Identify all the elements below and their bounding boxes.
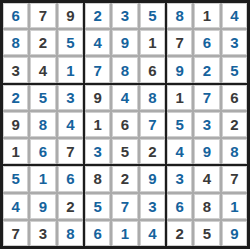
cell-r3c7[interactable]: 9 bbox=[167, 57, 192, 82]
cell-digit: 5 bbox=[230, 63, 238, 78]
cell-digit: 6 bbox=[66, 171, 74, 186]
cell-r6c3[interactable]: 7 bbox=[58, 139, 83, 164]
cell-digit: 3 bbox=[175, 171, 183, 186]
cell-r5c8[interactable]: 3 bbox=[194, 112, 219, 137]
sudoku-board: 679825341 235491786 814763925 253984167 … bbox=[0, 0, 250, 249]
cell-r7c2[interactable]: 1 bbox=[30, 166, 55, 191]
cell-r7c7[interactable]: 3 bbox=[167, 166, 192, 191]
cell-r3c4[interactable]: 7 bbox=[85, 57, 110, 82]
cell-r5c5[interactable]: 6 bbox=[112, 112, 137, 137]
cell-digit: 3 bbox=[121, 8, 129, 23]
cell-r3c5[interactable]: 8 bbox=[112, 57, 137, 82]
cell-r9c1[interactable]: 7 bbox=[3, 221, 28, 246]
cell-digit: 6 bbox=[39, 144, 47, 159]
cell-digit: 2 bbox=[121, 171, 129, 186]
cell-digit: 6 bbox=[93, 226, 101, 241]
cell-digit: 8 bbox=[39, 117, 47, 132]
cell-digit: 9 bbox=[230, 226, 238, 241]
cell-r5c1[interactable]: 9 bbox=[3, 112, 28, 137]
cell-r4c4[interactable]: 9 bbox=[85, 85, 110, 110]
cell-r1c7[interactable]: 8 bbox=[167, 3, 192, 28]
cell-r3c1[interactable]: 3 bbox=[3, 57, 28, 82]
cell-r7c3[interactable]: 6 bbox=[58, 166, 83, 191]
cell-digit: 2 bbox=[203, 63, 211, 78]
cell-digit: 2 bbox=[230, 117, 238, 132]
cell-r6c5[interactable]: 5 bbox=[112, 139, 137, 164]
cell-digit: 5 bbox=[148, 8, 156, 23]
cell-digit: 7 bbox=[93, 63, 101, 78]
cell-digit: 9 bbox=[121, 35, 129, 50]
cell-r4c6[interactable]: 8 bbox=[140, 85, 165, 110]
cell-digit: 1 bbox=[11, 144, 19, 159]
cell-digit: 4 bbox=[39, 63, 47, 78]
cell-digit: 1 bbox=[121, 226, 129, 241]
cell-digit: 6 bbox=[230, 90, 238, 105]
cell-digit: 7 bbox=[39, 8, 47, 23]
cell-digit: 1 bbox=[148, 35, 156, 50]
sudoku-box: 347681259 bbox=[167, 166, 247, 246]
cell-r1c3[interactable]: 9 bbox=[58, 3, 83, 28]
cell-r9c6[interactable]: 4 bbox=[140, 221, 165, 246]
cell-r2c9[interactable]: 3 bbox=[222, 30, 247, 55]
cell-digit: 1 bbox=[175, 90, 183, 105]
cell-r9c3[interactable]: 8 bbox=[58, 221, 83, 246]
cell-r1c9[interactable]: 4 bbox=[222, 3, 247, 28]
cell-digit: 5 bbox=[11, 171, 19, 186]
cell-r4c5[interactable]: 4 bbox=[112, 85, 137, 110]
cell-r3c9[interactable]: 5 bbox=[222, 57, 247, 82]
cell-digit: 8 bbox=[66, 226, 74, 241]
cell-digit: 3 bbox=[93, 144, 101, 159]
cell-r9c2[interactable]: 3 bbox=[30, 221, 55, 246]
cell-r2c8[interactable]: 6 bbox=[194, 30, 219, 55]
cell-r7c1[interactable]: 5 bbox=[3, 166, 28, 191]
cell-r5c9[interactable]: 2 bbox=[222, 112, 247, 137]
cell-digit: 4 bbox=[230, 8, 238, 23]
cell-r7c9[interactable]: 7 bbox=[222, 166, 247, 191]
cell-r6c8[interactable]: 9 bbox=[194, 139, 219, 164]
cell-r5c6[interactable]: 7 bbox=[140, 112, 165, 137]
cell-digit: 5 bbox=[203, 226, 211, 241]
cell-r2c2[interactable]: 2 bbox=[30, 30, 55, 55]
cell-digit: 8 bbox=[203, 199, 211, 214]
cell-r2c3[interactable]: 5 bbox=[58, 30, 83, 55]
cell-digit: 7 bbox=[203, 90, 211, 105]
cell-digit: 7 bbox=[148, 117, 156, 132]
cell-digit: 9 bbox=[148, 171, 156, 186]
cell-r8c2[interactable]: 9 bbox=[30, 194, 55, 219]
cell-r7c6[interactable]: 9 bbox=[140, 166, 165, 191]
cell-r7c4[interactable]: 8 bbox=[85, 166, 110, 191]
cell-r8c6[interactable]: 3 bbox=[140, 194, 165, 219]
sudoku-box: 679825341 bbox=[3, 3, 83, 83]
cell-digit: 9 bbox=[175, 63, 183, 78]
cell-r1c6[interactable]: 5 bbox=[140, 3, 165, 28]
cell-digit: 1 bbox=[66, 63, 74, 78]
cell-r9c4[interactable]: 6 bbox=[85, 221, 110, 246]
cell-r8c5[interactable]: 7 bbox=[112, 194, 137, 219]
cell-r5c7[interactable]: 5 bbox=[167, 112, 192, 137]
cell-r1c2[interactable]: 7 bbox=[30, 3, 55, 28]
sudoku-box: 235491786 bbox=[85, 3, 165, 83]
cell-r5c4[interactable]: 1 bbox=[85, 112, 110, 137]
cell-r1c1[interactable]: 6 bbox=[3, 3, 28, 28]
cell-r8c9[interactable]: 1 bbox=[222, 194, 247, 219]
cell-digit: 6 bbox=[11, 8, 19, 23]
cell-r1c5[interactable]: 3 bbox=[112, 3, 137, 28]
cell-digit: 8 bbox=[11, 35, 19, 50]
cell-digit: 6 bbox=[148, 63, 156, 78]
cell-r4c7[interactable]: 1 bbox=[167, 85, 192, 110]
sudoku-box: 829573614 bbox=[85, 166, 165, 246]
cell-r4c2[interactable]: 5 bbox=[30, 85, 55, 110]
cell-digit: 7 bbox=[66, 144, 74, 159]
cell-digit: 3 bbox=[203, 117, 211, 132]
cell-r2c4[interactable]: 4 bbox=[85, 30, 110, 55]
sudoku-box: 814763925 bbox=[167, 3, 247, 83]
cell-digit: 2 bbox=[93, 8, 101, 23]
cell-digit: 7 bbox=[175, 35, 183, 50]
cell-digit: 2 bbox=[66, 199, 74, 214]
cell-digit: 7 bbox=[11, 226, 19, 241]
cell-digit: 8 bbox=[148, 90, 156, 105]
cell-digit: 1 bbox=[39, 171, 47, 186]
cell-digit: 3 bbox=[39, 226, 47, 241]
cell-digit: 3 bbox=[66, 90, 74, 105]
cell-digit: 1 bbox=[203, 8, 211, 23]
cell-r4c1[interactable]: 2 bbox=[3, 85, 28, 110]
cell-r7c8[interactable]: 4 bbox=[194, 166, 219, 191]
cell-r7c5[interactable]: 2 bbox=[112, 166, 137, 191]
cell-digit: 6 bbox=[203, 35, 211, 50]
cell-r2c1[interactable]: 8 bbox=[3, 30, 28, 55]
sudoku-box: 948167352 bbox=[85, 85, 165, 165]
cell-r2c5[interactable]: 9 bbox=[112, 30, 137, 55]
cell-digit: 6 bbox=[175, 199, 183, 214]
cell-r8c1[interactable]: 4 bbox=[3, 194, 28, 219]
cell-digit: 8 bbox=[175, 8, 183, 23]
cell-digit: 5 bbox=[66, 35, 74, 50]
cell-r5c3[interactable]: 4 bbox=[58, 112, 83, 137]
cell-digit: 4 bbox=[11, 199, 19, 214]
cell-digit: 8 bbox=[230, 144, 238, 159]
sudoku-box: 253984167 bbox=[3, 85, 83, 165]
cell-r1c4[interactable]: 2 bbox=[85, 3, 110, 28]
cell-r6c2[interactable]: 6 bbox=[30, 139, 55, 164]
cell-r5c2[interactable]: 8 bbox=[30, 112, 55, 137]
cell-r3c2[interactable]: 4 bbox=[30, 57, 55, 82]
cell-digit: 2 bbox=[39, 35, 47, 50]
cell-digit: 8 bbox=[93, 171, 101, 186]
cell-r3c8[interactable]: 2 bbox=[194, 57, 219, 82]
cell-digit: 9 bbox=[66, 8, 74, 23]
cell-digit: 4 bbox=[203, 171, 211, 186]
cell-digit: 5 bbox=[175, 117, 183, 132]
cell-r6c4[interactable]: 3 bbox=[85, 139, 110, 164]
cell-digit: 5 bbox=[93, 199, 101, 214]
cell-r9c9[interactable]: 9 bbox=[222, 221, 247, 246]
cell-r6c9[interactable]: 8 bbox=[222, 139, 247, 164]
cell-digit: 5 bbox=[121, 144, 129, 159]
cell-r8c3[interactable]: 2 bbox=[58, 194, 83, 219]
cell-digit: 9 bbox=[93, 90, 101, 105]
cell-digit: 4 bbox=[121, 90, 129, 105]
cell-r9c8[interactable]: 5 bbox=[194, 221, 219, 246]
cell-digit: 3 bbox=[148, 199, 156, 214]
cell-digit: 4 bbox=[148, 226, 156, 241]
cell-digit: 3 bbox=[230, 35, 238, 50]
cell-digit: 4 bbox=[175, 144, 183, 159]
cell-r2c7[interactable]: 7 bbox=[167, 30, 192, 55]
cell-r6c1[interactable]: 1 bbox=[3, 139, 28, 164]
cell-r4c3[interactable]: 3 bbox=[58, 85, 83, 110]
cell-r4c8[interactable]: 7 bbox=[194, 85, 219, 110]
cell-digit: 2 bbox=[175, 226, 183, 241]
cell-r9c7[interactable]: 2 bbox=[167, 221, 192, 246]
cell-r6c6[interactable]: 2 bbox=[140, 139, 165, 164]
cell-r4c9[interactable]: 6 bbox=[222, 85, 247, 110]
sudoku-box: 176532498 bbox=[167, 85, 247, 165]
cell-digit: 5 bbox=[39, 90, 47, 105]
cell-r3c6[interactable]: 6 bbox=[140, 57, 165, 82]
cell-digit: 2 bbox=[11, 90, 19, 105]
cell-digit: 1 bbox=[230, 199, 238, 214]
cell-r2c6[interactable]: 1 bbox=[140, 30, 165, 55]
cell-digit: 4 bbox=[66, 117, 74, 132]
cell-digit: 2 bbox=[148, 144, 156, 159]
cell-digit: 4 bbox=[93, 35, 101, 50]
cell-r8c7[interactable]: 6 bbox=[167, 194, 192, 219]
cell-digit: 9 bbox=[11, 117, 19, 132]
cell-digit: 9 bbox=[39, 199, 47, 214]
cell-r8c4[interactable]: 5 bbox=[85, 194, 110, 219]
cell-r8c8[interactable]: 8 bbox=[194, 194, 219, 219]
cell-r9c5[interactable]: 1 bbox=[112, 221, 137, 246]
sudoku-box: 516492738 bbox=[3, 166, 83, 246]
cell-r1c8[interactable]: 1 bbox=[194, 3, 219, 28]
cell-digit: 7 bbox=[121, 199, 129, 214]
cell-digit: 1 bbox=[93, 117, 101, 132]
cell-digit: 7 bbox=[230, 171, 238, 186]
cell-digit: 6 bbox=[121, 117, 129, 132]
cell-digit: 8 bbox=[121, 63, 129, 78]
cell-digit: 9 bbox=[203, 144, 211, 159]
cell-digit: 3 bbox=[11, 63, 19, 78]
cell-r3c3[interactable]: 1 bbox=[58, 57, 83, 82]
cell-r6c7[interactable]: 4 bbox=[167, 139, 192, 164]
